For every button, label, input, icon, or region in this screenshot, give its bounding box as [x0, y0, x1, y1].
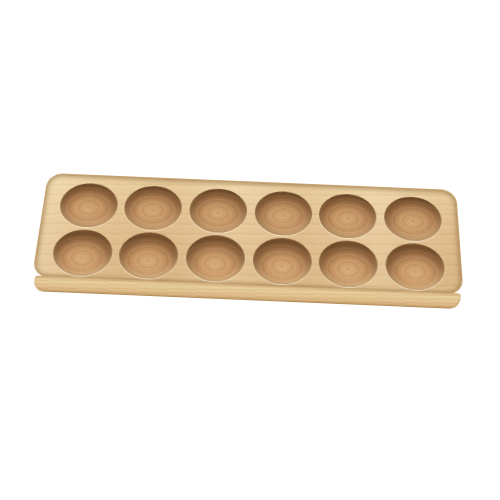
pit-r1-c2[interactable] [122, 185, 183, 231]
board-top-face [32, 173, 464, 295]
pit-r1-c5[interactable] [319, 193, 377, 239]
pit-r2-c2[interactable] [117, 231, 180, 279]
pit-r2-c1[interactable] [50, 229, 115, 277]
pit-r2-c3[interactable] [184, 234, 246, 282]
mancala-board [40, 175, 460, 309]
product-photo-scene [0, 0, 500, 500]
pit-r1-c4[interactable] [254, 190, 312, 236]
pit-r1-c1[interactable] [57, 182, 120, 228]
board-3d-wrapper [30, 173, 465, 309]
pit-r1-c3[interactable] [188, 188, 248, 234]
pit-r2-c4[interactable] [252, 237, 312, 286]
pit-grid [33, 174, 462, 294]
pit-r2-c5[interactable] [319, 240, 379, 289]
pit-r1-c6[interactable] [384, 196, 443, 242]
pit-r2-c6[interactable] [385, 242, 446, 291]
